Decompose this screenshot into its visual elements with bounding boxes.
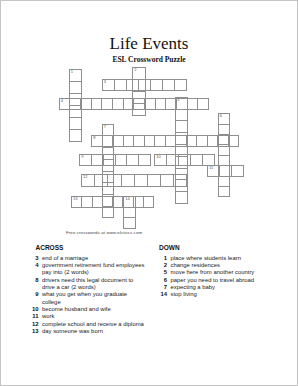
clue-number: 8 xyxy=(28,277,39,284)
grid-cell xyxy=(175,120,186,132)
grid-cell xyxy=(190,154,202,165)
cell-number: 10 xyxy=(156,155,160,160)
grid-cell xyxy=(123,217,134,228)
clue-number: 6 xyxy=(153,277,167,284)
clue-number: 3 xyxy=(28,255,39,262)
clue-13: 13day someone was born xyxy=(28,328,170,335)
grid-cell xyxy=(218,155,230,165)
grid-cell xyxy=(217,135,228,146)
clue-8: 8drivers need this legal document to dri… xyxy=(28,277,170,292)
grid-cell xyxy=(138,79,150,90)
clue-9: 9what you get when you graduate college xyxy=(28,291,170,306)
clue-6: 6paper you need to travel abroad xyxy=(153,277,289,284)
grid-cell xyxy=(166,154,178,165)
clue-3: 3end of a marriage xyxy=(28,255,170,262)
cell-number: 4 xyxy=(61,99,63,104)
grid-cell: 8 xyxy=(91,135,101,146)
grid-cell xyxy=(133,98,144,109)
grid-cell xyxy=(186,135,197,146)
grid-cell xyxy=(150,79,162,90)
grid-cell: 4 xyxy=(59,98,70,109)
down-header: DOWN xyxy=(159,244,289,251)
grid-cell xyxy=(101,98,112,109)
grid-cell xyxy=(69,129,81,141)
grid-cell: 6 xyxy=(218,113,230,123)
grid-cell xyxy=(134,174,147,185)
word-11-across: 11 xyxy=(207,165,244,177)
clue-number: 1 xyxy=(153,255,167,262)
grid-cell: 3 xyxy=(102,79,114,90)
clue-number: 5 xyxy=(153,269,167,276)
clue-number: 2 xyxy=(153,262,167,269)
grid-cell xyxy=(144,98,155,109)
grid-cell xyxy=(123,207,134,218)
clue-text: become husband and wife xyxy=(42,306,170,313)
grid-cell xyxy=(173,174,186,185)
clue-text: what you get when you graduate college xyxy=(42,291,170,306)
grid-cell xyxy=(107,174,120,185)
grid-cell xyxy=(102,196,112,207)
clue-text: end of a marriage xyxy=(42,255,170,262)
across-header: ACROSS xyxy=(36,244,171,251)
cell-number: 8 xyxy=(93,136,95,141)
clue-12: 12complete school and receive a diploma xyxy=(28,321,170,328)
grid-cell xyxy=(155,98,166,109)
clue-number: 11 xyxy=(28,313,39,320)
grid-cell xyxy=(114,79,126,90)
down-clue-list: 1place where students learn2change resid… xyxy=(153,255,289,299)
grid-cell xyxy=(160,174,173,185)
grid-cell xyxy=(112,196,122,207)
grid-cell xyxy=(187,98,198,109)
grid-cell xyxy=(147,174,160,185)
grid-cell xyxy=(174,79,186,90)
grid-cell xyxy=(112,98,123,109)
grid-cell xyxy=(102,135,113,146)
grid-cell xyxy=(207,135,218,146)
word-12-across: 12 xyxy=(81,174,187,186)
grid-cell xyxy=(115,154,127,165)
grid-cell xyxy=(80,98,91,109)
grid-cell: 11 xyxy=(207,165,219,176)
word-5-down: 5 xyxy=(175,97,187,204)
clue-7: 7expecting a baby xyxy=(153,284,289,291)
across-clue-list: 3end of a marriage4government retirement… xyxy=(28,255,170,336)
grid-cell xyxy=(202,154,214,165)
cell-number: 11 xyxy=(209,166,213,171)
word-14-down: 14 xyxy=(123,196,135,229)
grid-cell xyxy=(91,98,102,109)
clue-4: 4government retirement fund employees pa… xyxy=(28,262,170,277)
grid-cell xyxy=(69,81,81,93)
word-3-across: 3 xyxy=(102,79,188,91)
grid-cell xyxy=(112,135,123,146)
grid-cell xyxy=(126,154,138,165)
clue-text: stop living xyxy=(171,291,289,298)
cell-number: 6 xyxy=(220,114,222,119)
cell-number: 5 xyxy=(177,98,179,103)
grid-cell: 5 xyxy=(175,97,186,109)
grid-cell: 12 xyxy=(81,174,94,185)
grid-cell xyxy=(196,135,207,146)
clue-number: 4 xyxy=(28,262,39,269)
grid-cell xyxy=(133,135,144,146)
grid-cell xyxy=(92,196,102,207)
grid-cell xyxy=(144,135,155,146)
clue-text: work xyxy=(42,313,170,320)
clue-text: complete school and receive a diploma xyxy=(42,321,170,328)
grid-cell xyxy=(175,191,186,203)
grid-cell xyxy=(123,135,134,146)
grid-cell xyxy=(218,124,230,134)
grid-cell xyxy=(91,154,103,165)
cell-number: 1 xyxy=(71,70,73,75)
grid-cell xyxy=(218,186,230,196)
across-clues: ACROSS 3end of a marriage4government ret… xyxy=(28,244,170,335)
clue-text: change residences xyxy=(171,262,289,269)
grid-cell xyxy=(219,165,231,176)
cell-number: 12 xyxy=(83,175,87,180)
word-6-down: 6 xyxy=(218,113,231,197)
clue-text: government retirement fund employees pay… xyxy=(42,262,170,277)
grid-cell xyxy=(143,196,153,207)
clue-number: 12 xyxy=(28,321,39,328)
word-13-across: 13 xyxy=(71,196,154,208)
grid-cell xyxy=(178,154,190,165)
clue-5: 5move here from another country xyxy=(153,269,289,276)
grid-cell xyxy=(154,135,164,146)
cell-number: 14 xyxy=(125,197,129,202)
grid-cell xyxy=(123,98,134,109)
grid-cell xyxy=(81,196,91,207)
grid-cell: 7 xyxy=(102,124,113,136)
grid-cell xyxy=(94,174,107,185)
cell-number: 9 xyxy=(81,155,83,160)
clue-11: 11work xyxy=(28,313,170,320)
clue-text: move here from another country xyxy=(171,269,289,276)
puzzle-page: Life Events ESL Crossword Puzzle 1234567… xyxy=(0,0,298,386)
grid-cell: 1 xyxy=(69,69,81,81)
clue-10: 10become husband and wife xyxy=(28,306,170,313)
word-9-across: 9 xyxy=(79,154,151,166)
grid-cell xyxy=(138,154,150,165)
grid-cell xyxy=(126,79,138,90)
clue-text: drivers need this legal document to driv… xyxy=(42,277,170,292)
grid-cell xyxy=(103,154,115,165)
cell-number: 13 xyxy=(73,197,77,202)
clue-number: 14 xyxy=(153,291,167,298)
clue-number: 9 xyxy=(28,291,39,298)
grid-cell xyxy=(175,109,186,121)
cell-number: 7 xyxy=(104,125,106,130)
grid-cell: 14 xyxy=(123,196,134,207)
clue-number: 7 xyxy=(153,284,167,291)
clue-text: day someone was born xyxy=(42,328,170,335)
clue-text: expecting a baby xyxy=(171,284,289,291)
grid-cell: 13 xyxy=(71,196,81,207)
clue-text: place where students learn xyxy=(171,255,289,262)
grid-cell xyxy=(69,98,80,109)
grid-cell xyxy=(197,98,208,109)
footer-credit: Free crosswords at www.elcivics.com xyxy=(66,230,142,235)
down-clues: DOWN 1place where students learn2change … xyxy=(153,244,289,299)
clue-number: 13 xyxy=(28,328,39,335)
word-8-across: 8 xyxy=(91,135,239,147)
cell-number: 2 xyxy=(134,68,136,73)
clue-text: paper you need to travel abroad xyxy=(171,277,289,284)
clue-number: 10 xyxy=(28,306,39,313)
grid-cell xyxy=(121,174,134,185)
grid-cell xyxy=(231,165,243,176)
grid-cell xyxy=(175,135,186,146)
clue-2: 2change residences xyxy=(153,262,289,269)
clue-14: 14stop living xyxy=(153,291,289,298)
grid-cell: 9 xyxy=(79,154,91,165)
clue-1: 1place where students learn xyxy=(153,255,289,262)
grid-cell xyxy=(69,117,81,129)
grid-cell xyxy=(162,79,174,90)
grid-cell: 2 xyxy=(132,67,144,79)
grid-cell xyxy=(228,135,238,146)
grid-cell: 10 xyxy=(154,154,166,165)
grid-cell xyxy=(165,135,176,146)
cell-number: 3 xyxy=(104,80,106,85)
